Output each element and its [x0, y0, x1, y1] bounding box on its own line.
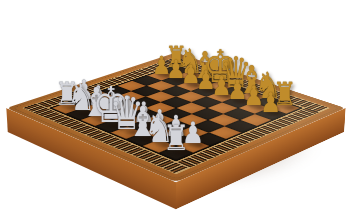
black-pawn-piece: ♟	[260, 88, 281, 115]
white-rook-piece: ♜	[163, 120, 190, 155]
chess-set-photo: ♜♟♞♟♝♟♚♟♛♟♝♟♟♞♜♟♟♜♞♟♟♝♟♚♟♛♟♝♟♞♟♜	[0, 0, 350, 210]
pieces-layer: ♜♟♞♟♝♟♚♟♛♟♝♟♟♞♜♟♟♜♞♟♟♝♟♚♟♛♟♝♟♞♟♜	[0, 0, 350, 210]
